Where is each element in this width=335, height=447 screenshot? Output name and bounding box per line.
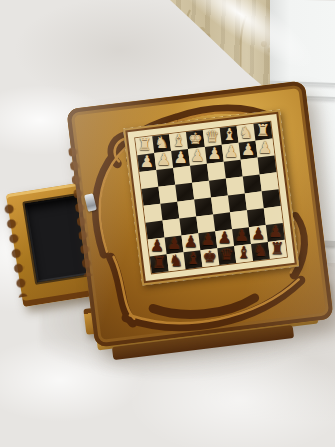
piece-white-knight[interactable]: ♞ [238, 124, 255, 141]
square-e8[interactable]: ♚ [200, 248, 219, 267]
square-g8[interactable]: ♞ [167, 252, 186, 271]
piece-black-pawn[interactable]: ♟ [216, 229, 233, 246]
square-h8[interactable]: ♜ [150, 254, 169, 273]
piece-black-pawn[interactable]: ♟ [182, 233, 199, 250]
piece-white-bishop[interactable]: ♝ [170, 132, 187, 149]
square-g2[interactable]: ♟ [154, 151, 173, 170]
piece-black-bishop[interactable]: ♝ [185, 250, 202, 267]
piece-white-rook[interactable]: ♜ [254, 122, 271, 139]
chess-board: ♜♞♝♚♛♝♞♜♟♟♟♟♟♟♟♟♟♟♟♟♟♟♟♟♜♞♝♚♛♝♞♜ [135, 122, 287, 274]
piece-white-rook[interactable]: ♜ [136, 136, 153, 153]
square-a5[interactable] [262, 189, 281, 208]
square-h5[interactable] [144, 204, 163, 223]
chess-box-lid: ♜♞♝♚♛♝♞♜♟♟♟♟♟♟♟♟♟♟♟♟♟♟♟♟♜♞♝♚♛♝♞♜ [66, 80, 333, 347]
square-d4[interactable] [209, 179, 228, 198]
piece-black-pawn[interactable]: ♟ [233, 227, 250, 244]
square-f5[interactable] [177, 200, 196, 219]
square-d8[interactable]: ♛ [217, 246, 236, 265]
square-b8[interactable]: ♞ [251, 242, 270, 261]
square-a8[interactable]: ♜ [268, 240, 287, 259]
square-c2[interactable]: ♟ [222, 143, 241, 162]
board-frame: ♜♞♝♚♛♝♞♜♟♟♟♟♟♟♟♟♟♟♟♟♟♟♟♟♜♞♝♚♛♝♞♜ [123, 109, 299, 285]
square-g5[interactable] [160, 202, 179, 221]
piece-white-knight[interactable]: ♞ [153, 134, 170, 151]
piece-white-pawn[interactable]: ♟ [223, 143, 240, 160]
square-h2[interactable]: ♟ [137, 153, 156, 172]
square-b2[interactable]: ♟ [239, 141, 258, 160]
square-h3[interactable] [139, 170, 158, 189]
square-e4[interactable] [192, 181, 211, 200]
piece-black-pawn[interactable]: ♟ [267, 223, 284, 240]
piece-black-pawn[interactable]: ♟ [199, 231, 216, 248]
piece-black-rook[interactable]: ♜ [151, 254, 168, 271]
piece-black-knight[interactable]: ♞ [252, 242, 269, 259]
square-a2[interactable]: ♟ [255, 139, 274, 158]
piece-black-rook[interactable]: ♜ [269, 240, 286, 257]
piece-black-king[interactable]: ♚ [201, 248, 218, 265]
piece-white-queen[interactable]: ♛ [204, 128, 221, 145]
square-d5[interactable] [211, 195, 230, 214]
piece-white-king[interactable]: ♚ [187, 130, 204, 147]
square-b5[interactable] [245, 191, 264, 210]
piece-white-bishop[interactable]: ♝ [221, 126, 238, 143]
piece-white-pawn[interactable]: ♟ [206, 145, 223, 162]
piece-black-queen[interactable]: ♛ [218, 246, 235, 263]
square-e2[interactable]: ♟ [188, 147, 207, 166]
piece-white-pawn[interactable]: ♟ [172, 149, 189, 166]
square-c8[interactable]: ♝ [234, 244, 253, 263]
square-f2[interactable]: ♟ [171, 149, 190, 168]
square-f8[interactable]: ♝ [184, 250, 203, 269]
piece-black-pawn[interactable]: ♟ [250, 225, 267, 242]
square-a3[interactable] [258, 155, 277, 174]
piece-white-pawn[interactable]: ♟ [138, 153, 155, 170]
piece-white-pawn[interactable]: ♟ [189, 147, 206, 164]
square-g4[interactable] [158, 185, 177, 204]
photo-scene: ♜♞♝♚♛♝♞♜♟♟♟♟♟♟♟♟♟♟♟♟♟♟♟♟♜♞♝♚♛♝♞♜ [0, 0, 335, 447]
piece-white-pawn[interactable]: ♟ [240, 141, 257, 158]
piece-black-knight[interactable]: ♞ [168, 252, 185, 269]
square-b3[interactable] [241, 158, 260, 177]
piece-black-pawn[interactable]: ♟ [149, 237, 166, 254]
square-b4[interactable] [243, 174, 262, 193]
piece-black-bishop[interactable]: ♝ [235, 244, 252, 261]
piece-white-pawn[interactable]: ♟ [256, 139, 273, 156]
square-d3[interactable] [207, 162, 226, 181]
square-c4[interactable] [226, 177, 245, 196]
square-e5[interactable] [194, 198, 213, 217]
square-h4[interactable] [142, 187, 161, 206]
square-c3[interactable] [224, 160, 243, 179]
piece-black-pawn[interactable]: ♟ [166, 235, 183, 252]
square-e3[interactable] [190, 164, 209, 183]
square-g3[interactable] [156, 168, 175, 187]
piece-white-pawn[interactable]: ♟ [155, 151, 172, 168]
